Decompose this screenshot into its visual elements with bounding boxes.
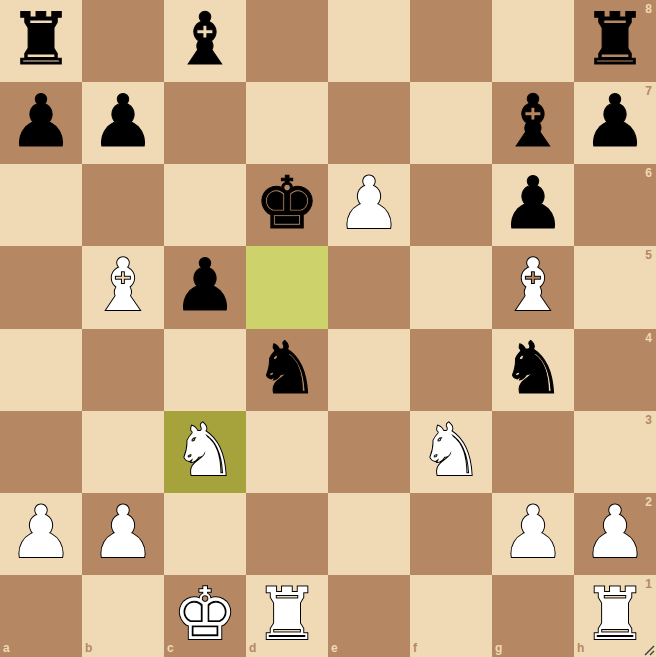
square-f1[interactable]: f [410, 575, 492, 657]
piece-white-rook-h1[interactable]: ♜ [583, 575, 648, 655]
piece-black-rook-a8[interactable]: ♜ [9, 0, 74, 80]
piece-black-king-d6[interactable]: ♚ [255, 164, 320, 244]
board-resize-handle-icon[interactable] [641, 642, 655, 656]
square-h2[interactable]: 2♟ [574, 493, 656, 575]
square-g5[interactable]: ♝ [492, 246, 574, 328]
square-b8[interactable] [82, 0, 164, 82]
square-b1[interactable]: b [82, 575, 164, 657]
piece-black-knight-g4[interactable]: ♞ [501, 329, 566, 409]
square-c6[interactable] [164, 164, 246, 246]
file-label-f: f [413, 642, 417, 654]
square-b3[interactable] [82, 411, 164, 493]
square-e1[interactable]: e [328, 575, 410, 657]
square-b6[interactable] [82, 164, 164, 246]
square-d5[interactable] [246, 246, 328, 328]
square-d1[interactable]: d♜ [246, 575, 328, 657]
piece-white-pawn-h2[interactable]: ♟ [583, 493, 648, 573]
square-a5[interactable] [0, 246, 82, 328]
square-d2[interactable] [246, 493, 328, 575]
square-d8[interactable] [246, 0, 328, 82]
square-h7[interactable]: 7♟ [574, 82, 656, 164]
piece-white-rook-d1[interactable]: ♜ [255, 575, 320, 655]
rank-label-4: 4 [645, 332, 652, 344]
square-f7[interactable] [410, 82, 492, 164]
file-label-a: a [3, 642, 10, 654]
square-c8[interactable]: ♝ [164, 0, 246, 82]
square-f6[interactable] [410, 164, 492, 246]
square-e2[interactable] [328, 493, 410, 575]
square-h5[interactable]: 5 [574, 246, 656, 328]
square-g6[interactable]: ♟ [492, 164, 574, 246]
square-g8[interactable] [492, 0, 574, 82]
chess-board: ♜♝8♜♟♟♝7♟♚♟♟6♝♟♝5♞♞4♞♞3♟♟♟2♟abc♚d♜efg1h♜ [0, 0, 656, 657]
square-e6[interactable]: ♟ [328, 164, 410, 246]
square-c5[interactable]: ♟ [164, 246, 246, 328]
piece-black-bishop-c8[interactable]: ♝ [173, 0, 238, 80]
square-f8[interactable] [410, 0, 492, 82]
piece-black-pawn-b7[interactable]: ♟ [91, 82, 156, 162]
rank-label-3: 3 [645, 414, 652, 426]
square-a4[interactable] [0, 329, 82, 411]
square-g4[interactable]: ♞ [492, 329, 574, 411]
square-f3[interactable]: ♞ [410, 411, 492, 493]
square-a8[interactable]: ♜ [0, 0, 82, 82]
square-f4[interactable] [410, 329, 492, 411]
square-d7[interactable] [246, 82, 328, 164]
piece-white-bishop-g5[interactable]: ♝ [501, 246, 566, 326]
square-b2[interactable]: ♟ [82, 493, 164, 575]
file-label-g: g [495, 642, 502, 654]
square-a2[interactable]: ♟ [0, 493, 82, 575]
piece-white-knight-f3[interactable]: ♞ [419, 411, 484, 491]
piece-black-pawn-h7[interactable]: ♟ [583, 82, 648, 162]
rank-label-6: 6 [645, 167, 652, 179]
square-h6[interactable]: 6 [574, 164, 656, 246]
square-e4[interactable] [328, 329, 410, 411]
piece-white-king-c1[interactable]: ♚ [173, 575, 238, 655]
square-b5[interactable]: ♝ [82, 246, 164, 328]
square-h8[interactable]: 8♜ [574, 0, 656, 82]
square-c7[interactable] [164, 82, 246, 164]
piece-white-pawn-g2[interactable]: ♟ [501, 493, 566, 573]
square-c4[interactable] [164, 329, 246, 411]
square-c1[interactable]: c♚ [164, 575, 246, 657]
piece-white-pawn-b2[interactable]: ♟ [91, 493, 156, 573]
square-f5[interactable] [410, 246, 492, 328]
square-d3[interactable] [246, 411, 328, 493]
square-d6[interactable]: ♚ [246, 164, 328, 246]
piece-white-knight-c3[interactable]: ♞ [173, 411, 238, 491]
square-e5[interactable] [328, 246, 410, 328]
square-g2[interactable]: ♟ [492, 493, 574, 575]
square-c2[interactable] [164, 493, 246, 575]
square-h4[interactable]: 4 [574, 329, 656, 411]
square-g1[interactable]: g [492, 575, 574, 657]
square-a7[interactable]: ♟ [0, 82, 82, 164]
square-a3[interactable] [0, 411, 82, 493]
square-a1[interactable]: a [0, 575, 82, 657]
piece-black-pawn-c5[interactable]: ♟ [173, 246, 238, 326]
square-g7[interactable]: ♝ [492, 82, 574, 164]
square-e3[interactable] [328, 411, 410, 493]
rank-label-5: 5 [645, 249, 652, 261]
square-b4[interactable] [82, 329, 164, 411]
square-e8[interactable] [328, 0, 410, 82]
piece-white-bishop-b5[interactable]: ♝ [91, 246, 156, 326]
square-b7[interactable]: ♟ [82, 82, 164, 164]
square-a6[interactable] [0, 164, 82, 246]
square-c3[interactable]: ♞ [164, 411, 246, 493]
square-h3[interactable]: 3 [574, 411, 656, 493]
piece-black-pawn-g6[interactable]: ♟ [501, 164, 566, 244]
file-label-e: e [331, 642, 338, 654]
file-label-b: b [85, 642, 92, 654]
square-f2[interactable] [410, 493, 492, 575]
piece-black-pawn-a7[interactable]: ♟ [9, 82, 74, 162]
piece-black-knight-d4[interactable]: ♞ [255, 329, 320, 409]
piece-white-pawn-a2[interactable]: ♟ [9, 493, 74, 573]
piece-white-pawn-e6[interactable]: ♟ [337, 164, 402, 244]
square-d4[interactable]: ♞ [246, 329, 328, 411]
piece-black-bishop-g7[interactable]: ♝ [501, 82, 566, 162]
piece-black-rook-h8[interactable]: ♜ [583, 0, 648, 80]
square-g3[interactable] [492, 411, 574, 493]
square-e7[interactable] [328, 82, 410, 164]
